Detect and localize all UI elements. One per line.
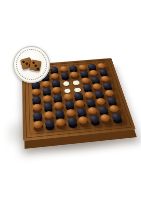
board-cell[interactable] [66, 118, 79, 128]
brand-badge [13, 46, 50, 83]
board-scene [0, 0, 141, 200]
brown-peg[interactable] [104, 89, 114, 96]
dark-peg[interactable] [68, 65, 77, 71]
dark-peg[interactable] [51, 79, 60, 86]
dark-peg[interactable] [87, 63, 96, 69]
board-cell[interactable] [54, 119, 66, 129]
dark-peg[interactable] [54, 110, 64, 118]
brown-peg[interactable] [41, 80, 50, 87]
dark-peg[interactable] [88, 115, 99, 123]
product-photo [0, 0, 141, 200]
dark-peg[interactable] [73, 92, 83, 99]
dark-peg[interactable] [98, 69, 108, 75]
brown-peg[interactable] [42, 95, 51, 102]
dark-peg[interactable] [94, 90, 104, 97]
board-cell[interactable] [43, 120, 55, 130]
brown-peg[interactable] [78, 64, 87, 70]
board-cell[interactable] [32, 122, 44, 132]
dark-peg[interactable] [52, 94, 62, 101]
brown-peg[interactable] [108, 105, 119, 113]
brown-peg[interactable] [65, 109, 75, 117]
dark-peg[interactable] [106, 97, 117, 104]
dark-peg[interactable] [32, 96, 41, 103]
brown-peg[interactable] [63, 93, 73, 100]
empty-hole [71, 80, 79, 86]
brown-peg[interactable] [100, 75, 110, 81]
dark-peg[interactable] [32, 112, 42, 120]
dark-peg[interactable] [102, 82, 112, 89]
dark-peg[interactable] [76, 108, 86, 116]
brown-peg[interactable] [96, 63, 105, 69]
two-wooden-dice-icon [29, 59, 42, 72]
board-cell[interactable] [110, 114, 124, 124]
brown-peg[interactable] [43, 111, 53, 119]
empty-hole [62, 81, 70, 87]
brown-peg[interactable] [87, 107, 98, 115]
dark-peg[interactable] [110, 113, 121, 121]
dark-peg[interactable] [49, 66, 58, 72]
brown-peg[interactable] [59, 66, 68, 72]
dark-peg[interactable] [90, 76, 100, 82]
dark-peg[interactable] [85, 99, 95, 106]
